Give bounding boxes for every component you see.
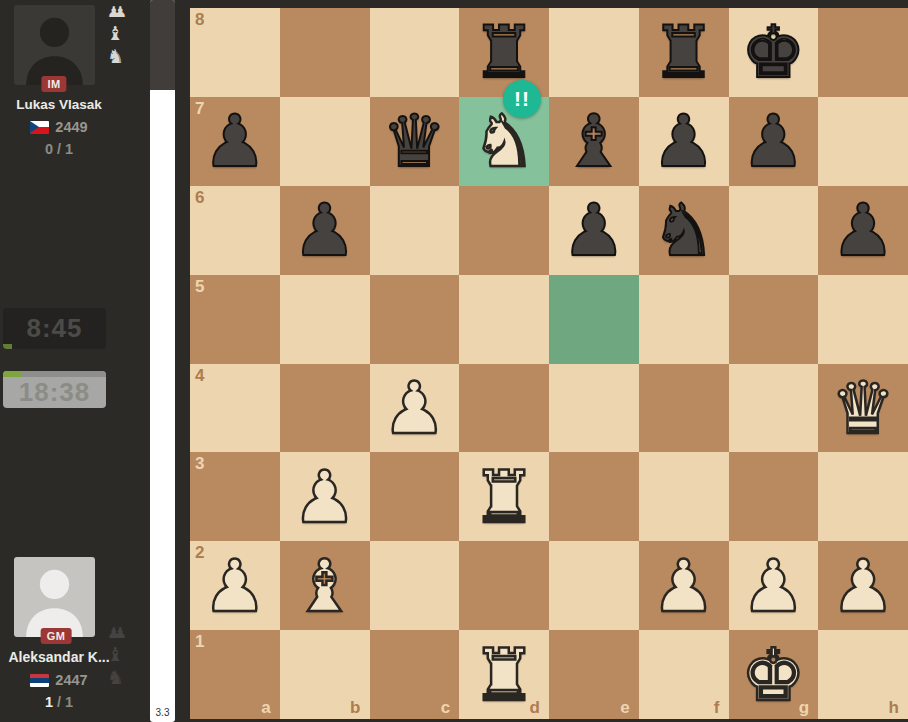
white-pawn-g2: ♟ — [729, 541, 819, 630]
square-f3[interactable] — [639, 452, 729, 541]
square-g3[interactable] — [729, 452, 819, 541]
square-a8[interactable]: 8 — [190, 8, 280, 97]
brilliant-move-badge: !! — [503, 80, 541, 118]
square-d1[interactable]: d♜ — [459, 630, 549, 719]
square-d8[interactable]: ♜ — [459, 8, 549, 97]
square-f6[interactable]: ♞ — [639, 186, 729, 275]
clock-progress-fill — [3, 371, 21, 377]
square-c5[interactable] — [370, 275, 460, 364]
file-label-f: f — [714, 698, 720, 718]
file-label-a: a — [261, 698, 270, 718]
square-f5[interactable] — [639, 275, 729, 364]
square-c3[interactable] — [370, 452, 460, 541]
square-a4[interactable]: 4 — [190, 364, 280, 453]
clock-bottom-player: 18:38 — [3, 371, 106, 408]
square-e7[interactable]: ♝ — [549, 97, 639, 186]
evaluation-score: 3.3 — [150, 707, 175, 718]
captured-pieces-top: ♟♟ ♝ ♞ — [107, 2, 143, 68]
avatar-bottom-player — [14, 557, 95, 637]
clock-time-top: 8:45 — [3, 308, 106, 349]
match-score-bottom: 1 / 1 — [0, 694, 118, 710]
rank-label-1: 1 — [195, 632, 204, 652]
white-bishop-b2: ♝ — [280, 541, 370, 630]
black-knight-f6: ♞ — [639, 186, 729, 275]
captured-pawns-icon: ♟♟ — [107, 2, 127, 22]
file-label-h: h — [889, 698, 899, 718]
file-label-e: e — [620, 698, 629, 718]
title-badge-im: IM — [41, 76, 66, 92]
square-a7[interactable]: 7♟ — [190, 97, 280, 186]
square-c7[interactable]: ♛ — [370, 97, 460, 186]
white-queen-h4: ♛ — [818, 364, 908, 453]
square-h8[interactable] — [818, 8, 908, 97]
square-e8[interactable] — [549, 8, 639, 97]
player-name-top[interactable]: Lukas Vlasak — [0, 97, 118, 112]
rating-row-bottom: 2447 — [0, 672, 118, 688]
square-b4[interactable] — [280, 364, 370, 453]
square-h7[interactable] — [818, 97, 908, 186]
square-h2[interactable]: ♟ — [818, 541, 908, 630]
black-pawn-h6: ♟ — [818, 186, 908, 275]
square-h4[interactable]: ♛ — [818, 364, 908, 453]
square-c2[interactable] — [370, 541, 460, 630]
chess-board[interactable]: 8♜♜♚7♟♛♞♝♟♟6♟♟♞♟54♟♛3♟♜2♟♝♟♟♟1abcd♜efg♚h — [190, 8, 908, 719]
match-score-top: 0 / 1 — [0, 141, 118, 157]
player-name-bottom[interactable]: Aleksandar K... — [0, 649, 118, 665]
chess-broadcast-app: ♟♟ ♝ ♞ IM Lukas Vlasak 2449 0 / 1 8:45 1… — [0, 0, 908, 722]
square-f2[interactable]: ♟ — [639, 541, 729, 630]
square-f7[interactable]: ♟ — [639, 97, 729, 186]
clock-progress-top — [3, 344, 12, 349]
white-pawn-b3: ♟ — [280, 452, 370, 541]
file-label-c: c — [441, 698, 450, 718]
square-b7[interactable] — [280, 97, 370, 186]
file-label-g: g — [799, 698, 809, 718]
players-sidebar: ♟♟ ♝ ♞ IM Lukas Vlasak 2449 0 / 1 8:45 1… — [0, 0, 150, 722]
rank-label-5: 5 — [195, 277, 204, 297]
square-e5[interactable] — [549, 275, 639, 364]
square-b1[interactable]: b — [280, 630, 370, 719]
score-sep-top: / — [53, 141, 65, 157]
file-label-d: d — [530, 698, 540, 718]
square-e1[interactable]: e — [549, 630, 639, 719]
square-h6[interactable]: ♟ — [818, 186, 908, 275]
rank-label-8: 8 — [195, 10, 204, 30]
rank-label-2: 2 — [195, 543, 204, 563]
black-pawn-b6: ♟ — [280, 186, 370, 275]
square-e4[interactable] — [549, 364, 639, 453]
captured-knight-icon: ♞ — [107, 45, 124, 68]
white-pawn-f2: ♟ — [639, 541, 729, 630]
square-b2[interactable]: ♝ — [280, 541, 370, 630]
captured-pawns-icon: ♟♟ — [107, 623, 127, 643]
square-d5[interactable] — [459, 275, 549, 364]
black-king-g8: ♚ — [729, 8, 819, 97]
evaluation-bar: 3.3 — [150, 0, 175, 722]
square-f4[interactable] — [639, 364, 729, 453]
square-g4[interactable] — [729, 364, 819, 453]
square-a1[interactable]: 1a — [190, 630, 280, 719]
score-total-bottom: 1 — [65, 694, 73, 710]
square-c8[interactable] — [370, 8, 460, 97]
black-bishop-e7: ♝ — [549, 97, 639, 186]
square-h1[interactable]: h — [818, 630, 908, 719]
square-f8[interactable]: ♜ — [639, 8, 729, 97]
score-value-bottom: 1 — [45, 694, 53, 710]
score-total-top: 1 — [65, 141, 73, 157]
white-pawn-h2: ♟ — [818, 541, 908, 630]
rating-row-top: 2449 — [0, 119, 118, 135]
square-g6[interactable] — [729, 186, 819, 275]
square-a2[interactable]: 2♟ — [190, 541, 280, 630]
rating-top: 2449 — [55, 119, 87, 135]
rank-label-7: 7 — [195, 99, 204, 119]
square-g5[interactable] — [729, 275, 819, 364]
square-b6[interactable]: ♟ — [280, 186, 370, 275]
square-g1[interactable]: g♚ — [729, 630, 819, 719]
square-g2[interactable]: ♟ — [729, 541, 819, 630]
square-b5[interactable] — [280, 275, 370, 364]
square-g8[interactable]: ♚ — [729, 8, 819, 97]
clock-top-player: 8:45 — [3, 308, 106, 349]
avatar-top-player — [14, 5, 95, 85]
score-sep-bottom: / — [53, 694, 65, 710]
rank-label-6: 6 — [195, 188, 204, 208]
white-rook-d3: ♜ — [459, 452, 549, 541]
evaluation-black-portion — [150, 0, 175, 90]
rank-label-3: 3 — [195, 454, 204, 474]
square-c1[interactable]: c — [370, 630, 460, 719]
black-pawn-f7: ♟ — [639, 97, 729, 186]
square-d6[interactable] — [459, 186, 549, 275]
square-e2[interactable] — [549, 541, 639, 630]
square-d3[interactable]: ♜ — [459, 452, 549, 541]
square-c6[interactable] — [370, 186, 460, 275]
file-label-b: b — [350, 698, 360, 718]
black-rook-f8: ♜ — [639, 8, 729, 97]
square-e3[interactable] — [549, 452, 639, 541]
serbia-flag-icon — [30, 674, 49, 687]
black-queen-c7: ♛ — [370, 97, 460, 186]
clock-progress-track — [3, 371, 106, 377]
square-b3[interactable]: ♟ — [280, 452, 370, 541]
rank-label-4: 4 — [195, 366, 204, 386]
black-rook-d8: ♜ — [459, 8, 549, 97]
czech-flag-icon — [30, 121, 49, 134]
white-pawn-c4: ♟ — [370, 364, 460, 453]
square-g7[interactable]: ♟ — [729, 97, 819, 186]
score-value-top: 0 — [45, 141, 53, 157]
square-c4[interactable]: ♟ — [370, 364, 460, 453]
square-h5[interactable] — [818, 275, 908, 364]
square-a5[interactable]: 5 — [190, 275, 280, 364]
square-b8[interactable] — [280, 8, 370, 97]
square-f1[interactable]: f — [639, 630, 729, 719]
rating-bottom: 2447 — [55, 672, 87, 688]
square-d2[interactable] — [459, 541, 549, 630]
square-d4[interactable] — [459, 364, 549, 453]
captured-bishop-icon: ♝ — [107, 22, 124, 45]
title-badge-gm: GM — [41, 628, 72, 644]
square-e6[interactable]: ♟ — [549, 186, 639, 275]
black-pawn-e6: ♟ — [549, 186, 639, 275]
black-pawn-g7: ♟ — [729, 97, 819, 186]
square-h3[interactable] — [818, 452, 908, 541]
square-a6[interactable]: 6 — [190, 186, 280, 275]
square-a3[interactable]: 3 — [190, 452, 280, 541]
